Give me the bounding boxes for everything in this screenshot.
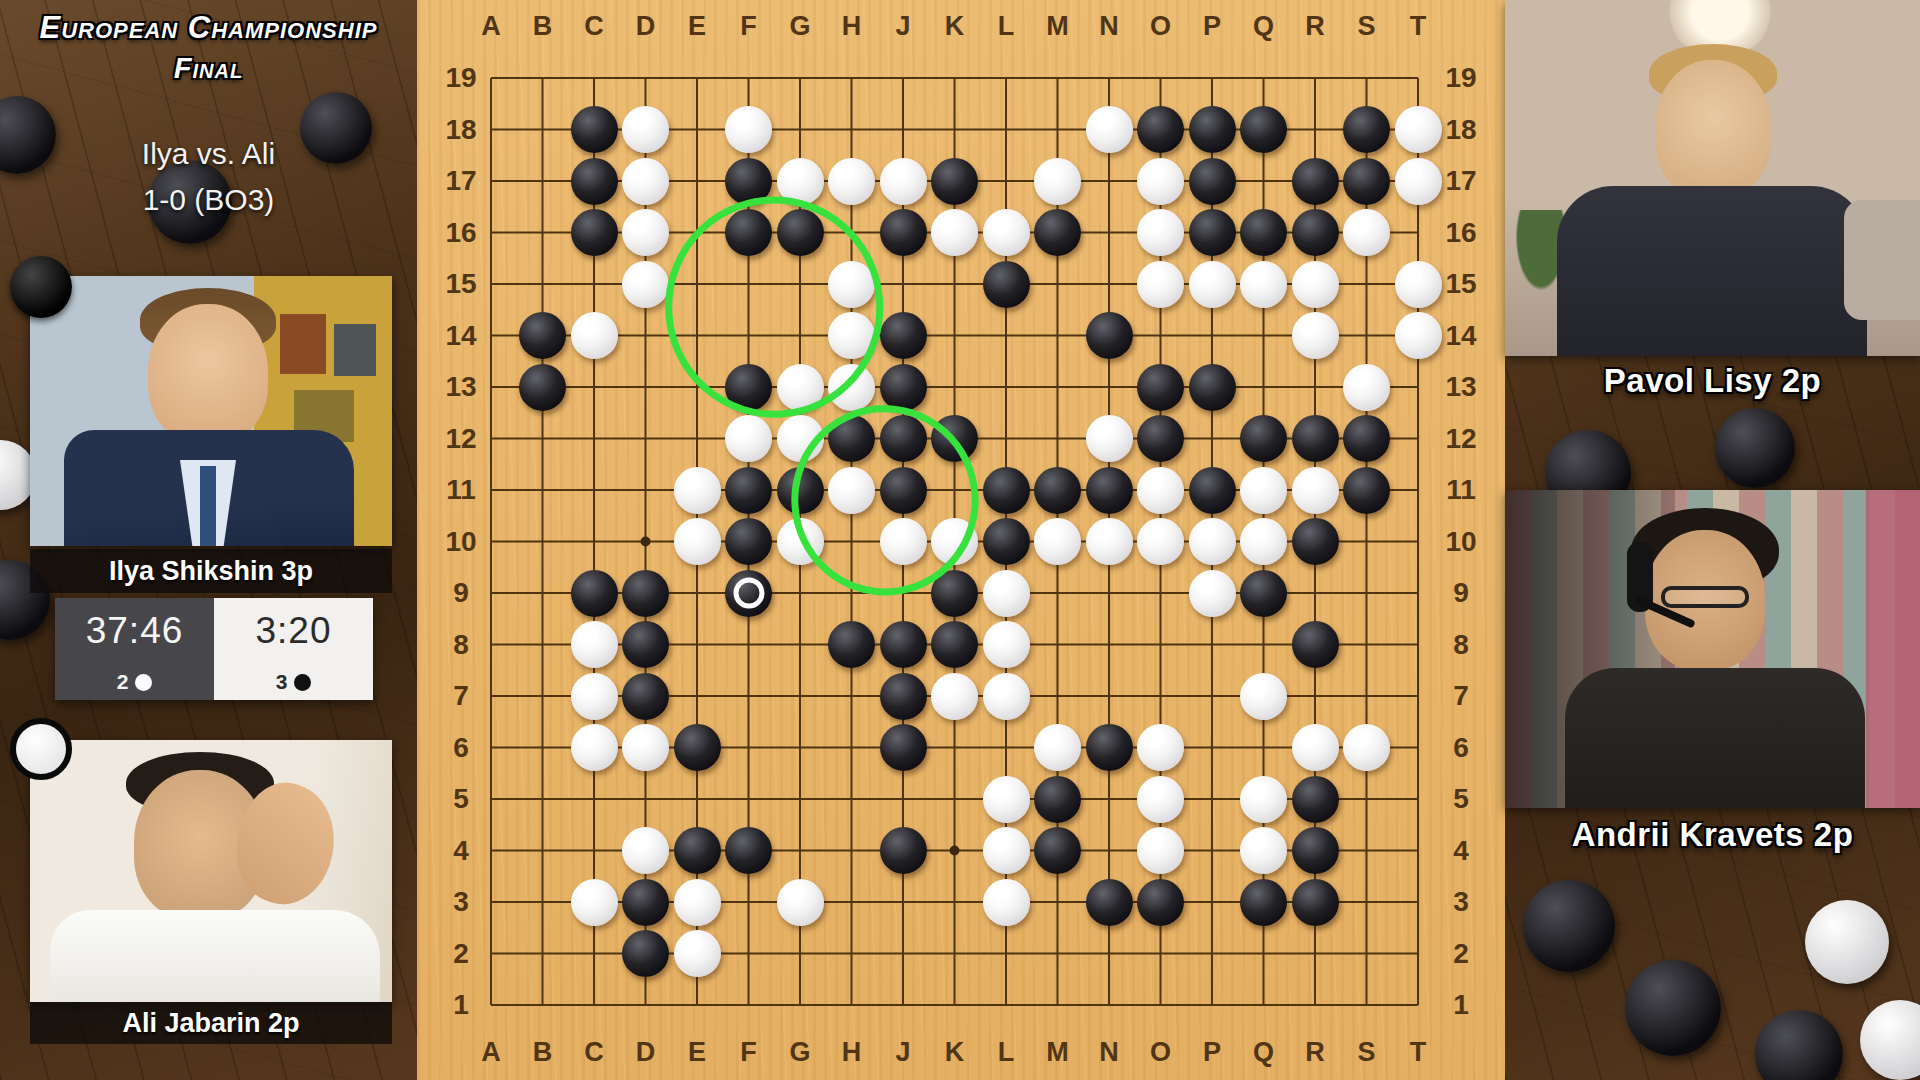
intersection-C17 xyxy=(568,155,620,207)
row-label-8: 8 xyxy=(1453,629,1469,661)
stone-black-R10 xyxy=(1292,518,1339,565)
col-label-O: O xyxy=(1150,1037,1171,1068)
intersection-D13 xyxy=(620,361,672,413)
stone-white-G13 xyxy=(777,364,824,411)
intersection-N11 xyxy=(1083,464,1135,516)
intersection-B7 xyxy=(517,670,569,722)
stone-white-L5 xyxy=(983,776,1030,823)
row-label-10: 10 xyxy=(1445,526,1476,558)
cushion xyxy=(1844,200,1920,320)
intersection-F4 xyxy=(723,825,775,877)
stone-black-K8 xyxy=(931,621,978,668)
stone-black-H8 xyxy=(828,621,875,668)
intersection-O12 xyxy=(1135,413,1187,465)
commentator-name-andrii: Andrii Kravets 2p xyxy=(1505,816,1920,854)
stone-white-L9 xyxy=(983,570,1030,617)
intersection-M19 xyxy=(1032,52,1084,104)
intersection-J14 xyxy=(877,310,929,362)
row-label-4: 4 xyxy=(1453,835,1469,867)
intersection-M16 xyxy=(1032,207,1084,259)
intersection-K14 xyxy=(929,310,981,362)
intersection-L8 xyxy=(980,619,1032,671)
intersection-E10 xyxy=(671,516,723,568)
intersection-N4 xyxy=(1083,825,1135,877)
row-label-2: 2 xyxy=(1453,938,1469,970)
stone-black-N11 xyxy=(1086,467,1133,514)
intersection-M13 xyxy=(1032,361,1084,413)
stone-white-C14 xyxy=(571,312,618,359)
intersection-B1 xyxy=(517,979,569,1031)
intersection-M17 xyxy=(1032,155,1084,207)
intersection-B6 xyxy=(517,722,569,774)
intersection-O16 xyxy=(1135,207,1187,259)
intersection-J17 xyxy=(877,155,929,207)
event-title-line2: Final xyxy=(0,46,417,85)
row-label-3: 3 xyxy=(453,886,469,918)
stone-white-P10 xyxy=(1189,518,1236,565)
stone-white-T15 xyxy=(1395,261,1442,308)
intersection-M8 xyxy=(1032,619,1084,671)
intersection-O14 xyxy=(1135,310,1187,362)
intersection-R9 xyxy=(1289,567,1341,619)
go-board: AABBCCDDEEFFGGHHJJKKLLMMNNOOPPQQRRSSTT19… xyxy=(417,0,1505,1080)
stone-black-P18 xyxy=(1189,106,1236,153)
intersection-P10 xyxy=(1186,516,1238,568)
intersection-D18 xyxy=(620,104,672,156)
intersection-C13 xyxy=(568,361,620,413)
intersection-D2 xyxy=(620,928,672,980)
intersection-S10 xyxy=(1341,516,1393,568)
intersection-H10 xyxy=(826,516,878,568)
intersection-K4 xyxy=(929,825,981,877)
intersection-H15 xyxy=(826,258,878,310)
row-label-6: 6 xyxy=(453,732,469,764)
intersection-G8 xyxy=(774,619,826,671)
stone-black-F17 xyxy=(725,158,772,205)
intersection-B2 xyxy=(517,928,569,980)
stone-black-K9 xyxy=(931,570,978,617)
intersection-A3 xyxy=(465,876,517,928)
intersection-P17 xyxy=(1186,155,1238,207)
intersection-N15 xyxy=(1083,258,1135,310)
intersection-P18 xyxy=(1186,104,1238,156)
row-label-11: 11 xyxy=(1446,474,1476,506)
intersection-B9 xyxy=(517,567,569,619)
intersection-H4 xyxy=(826,825,878,877)
intersection-E8 xyxy=(671,619,723,671)
stone-white-H13 xyxy=(828,364,875,411)
intersection-G16 xyxy=(774,207,826,259)
stone-black-R16 xyxy=(1292,209,1339,256)
intersection-T16 xyxy=(1392,207,1444,259)
stone-black-D3 xyxy=(622,879,669,926)
intersection-T13 xyxy=(1392,361,1444,413)
stone-white-D4 xyxy=(622,827,669,874)
intersection-Q17 xyxy=(1238,155,1290,207)
commentator-name-pavol: Pavol Lisy 2p xyxy=(1505,362,1920,400)
intersection-J16 xyxy=(877,207,929,259)
col-label-G: G xyxy=(789,11,810,42)
intersection-D3 xyxy=(620,876,672,928)
stone-black-D9 xyxy=(622,570,669,617)
intersection-Q12 xyxy=(1238,413,1290,465)
intersection-J9 xyxy=(877,567,929,619)
stone-white-M6 xyxy=(1034,724,1081,771)
intersection-G13 xyxy=(774,361,826,413)
stone-white-P9 xyxy=(1189,570,1236,617)
stone-black-J6 xyxy=(880,724,927,771)
intersection-J19 xyxy=(877,52,929,104)
stone-black-N3 xyxy=(1086,879,1133,926)
stone-black-P11 xyxy=(1189,467,1236,514)
intersection-K8 xyxy=(929,619,981,671)
intersection-P1 xyxy=(1186,979,1238,1031)
stone-black-D2 xyxy=(622,930,669,977)
row-label-12: 12 xyxy=(1445,423,1476,455)
row-label-16: 16 xyxy=(445,217,476,249)
stone-black-M11 xyxy=(1034,467,1081,514)
intersection-K6 xyxy=(929,722,981,774)
row-label-16: 16 xyxy=(1445,217,1476,249)
intersection-K12 xyxy=(929,413,981,465)
intersection-E19 xyxy=(671,52,723,104)
captured-black-stone-icon xyxy=(294,674,311,691)
stone-black-J13 xyxy=(880,364,927,411)
intersection-N3 xyxy=(1083,876,1135,928)
intersection-S17 xyxy=(1341,155,1393,207)
intersection-A7 xyxy=(465,670,517,722)
intersection-D12 xyxy=(620,413,672,465)
intersection-J1 xyxy=(877,979,929,1031)
intersection-R5 xyxy=(1289,773,1341,825)
col-label-R: R xyxy=(1305,1037,1325,1068)
intersection-L5 xyxy=(980,773,1032,825)
intersection-K13 xyxy=(929,361,981,413)
intersection-A8 xyxy=(465,619,517,671)
intersection-S19 xyxy=(1341,52,1393,104)
intersection-C5 xyxy=(568,773,620,825)
intersection-Q3 xyxy=(1238,876,1290,928)
intersection-P16 xyxy=(1186,207,1238,259)
intersection-P11 xyxy=(1186,464,1238,516)
row-label-1: 1 xyxy=(1453,989,1469,1021)
intersection-G12 xyxy=(774,413,826,465)
intersection-E11 xyxy=(671,464,723,516)
stone-black-M4 xyxy=(1034,827,1081,874)
intersection-F8 xyxy=(723,619,775,671)
intersection-P13 xyxy=(1186,361,1238,413)
intersection-E9 xyxy=(671,567,723,619)
col-label-S: S xyxy=(1357,1037,1375,1068)
intersection-T1 xyxy=(1392,979,1444,1031)
col-label-T: T xyxy=(1410,1037,1427,1068)
intersection-D7 xyxy=(620,670,672,722)
stone-white-G17 xyxy=(777,158,824,205)
intersection-T6 xyxy=(1392,722,1444,774)
intersection-P6 xyxy=(1186,722,1238,774)
intersection-K17 xyxy=(929,155,981,207)
intersection-O8 xyxy=(1135,619,1187,671)
intersection-O10 xyxy=(1135,516,1187,568)
col-label-A: A xyxy=(481,11,501,42)
intersection-O7 xyxy=(1135,670,1187,722)
webcam-andrii xyxy=(1505,490,1920,808)
black-clock: 37:46 2 xyxy=(55,598,214,700)
intersection-E3 xyxy=(671,876,723,928)
intersection-T19 xyxy=(1392,52,1444,104)
intersection-F18 xyxy=(723,104,775,156)
intersection-B16 xyxy=(517,207,569,259)
stone-black-O13 xyxy=(1137,364,1184,411)
col-label-D: D xyxy=(636,11,656,42)
intersection-C11 xyxy=(568,464,620,516)
row-label-18: 18 xyxy=(445,114,476,146)
intersection-P15 xyxy=(1186,258,1238,310)
cam-face xyxy=(1655,60,1771,198)
intersection-Q5 xyxy=(1238,773,1290,825)
intersection-R8 xyxy=(1289,619,1341,671)
intersection-F2 xyxy=(723,928,775,980)
black-stone-indicator xyxy=(10,256,72,318)
intersection-L4 xyxy=(980,825,1032,877)
intersection-S16 xyxy=(1341,207,1393,259)
intersection-R14 xyxy=(1289,310,1341,362)
stone-white-Q11 xyxy=(1240,467,1287,514)
intersection-N9 xyxy=(1083,567,1135,619)
stone-black-F13 xyxy=(725,364,772,411)
intersection-L2 xyxy=(980,928,1032,980)
intersection-P12 xyxy=(1186,413,1238,465)
stone-white-C3 xyxy=(571,879,618,926)
row-label-7: 7 xyxy=(453,680,469,712)
intersection-F11 xyxy=(723,464,775,516)
intersection-C18 xyxy=(568,104,620,156)
intersection-K18 xyxy=(929,104,981,156)
stone-white-K10 xyxy=(931,518,978,565)
col-label-H: H xyxy=(842,1037,862,1068)
intersection-F13 xyxy=(723,361,775,413)
intersection-G2 xyxy=(774,928,826,980)
white-time: 3:20 xyxy=(214,598,373,664)
intersection-Q15 xyxy=(1238,258,1290,310)
intersection-P3 xyxy=(1186,876,1238,928)
stone-white-C7 xyxy=(571,673,618,720)
intersection-Q18 xyxy=(1238,104,1290,156)
intersection-L1 xyxy=(980,979,1032,1031)
col-label-P: P xyxy=(1203,1037,1221,1068)
stone-white-R14 xyxy=(1292,312,1339,359)
intersection-Q2 xyxy=(1238,928,1290,980)
intersection-T14 xyxy=(1392,310,1444,362)
stone-white-N12 xyxy=(1086,415,1133,462)
board-intersections xyxy=(465,52,1444,1031)
intersection-M7 xyxy=(1032,670,1084,722)
intersection-L6 xyxy=(980,722,1032,774)
photo-shirt xyxy=(50,910,380,1002)
intersection-E12 xyxy=(671,413,723,465)
row-label-17: 17 xyxy=(1445,165,1476,197)
stone-black-S12 xyxy=(1343,415,1390,462)
row-label-9: 9 xyxy=(1453,577,1469,609)
stone-black-R8 xyxy=(1292,621,1339,668)
stone-white-Q7 xyxy=(1240,673,1287,720)
intersection-F6 xyxy=(723,722,775,774)
stone-black-J16 xyxy=(880,209,927,256)
stone-white-Q10 xyxy=(1240,518,1287,565)
col-label-M: M xyxy=(1046,11,1069,42)
stone-black-C17 xyxy=(571,158,618,205)
intersection-H2 xyxy=(826,928,878,980)
intersection-K5 xyxy=(929,773,981,825)
stone-white-P15 xyxy=(1189,261,1236,308)
stone-black-J12 xyxy=(880,415,927,462)
intersection-G4 xyxy=(774,825,826,877)
stone-black-C18 xyxy=(571,106,618,153)
col-label-T: T xyxy=(1410,11,1427,42)
stone-black-S18 xyxy=(1343,106,1390,153)
intersection-Q13 xyxy=(1238,361,1290,413)
intersection-L16 xyxy=(980,207,1032,259)
intersection-C19 xyxy=(568,52,620,104)
intersection-A1 xyxy=(465,979,517,1031)
intersection-J11 xyxy=(877,464,929,516)
match-players: Ilya vs. Ali xyxy=(0,137,417,171)
intersection-A4 xyxy=(465,825,517,877)
intersection-D4 xyxy=(620,825,672,877)
intersection-F19 xyxy=(723,52,775,104)
stone-black-L11 xyxy=(983,467,1030,514)
stone-white-E3 xyxy=(674,879,721,926)
col-label-K: K xyxy=(945,1037,965,1068)
intersection-O15 xyxy=(1135,258,1187,310)
black-player-name: Ilya Shikshin 3p xyxy=(30,549,392,593)
stone-white-O16 xyxy=(1137,209,1184,256)
stone-black-F11 xyxy=(725,467,772,514)
intersection-M10 xyxy=(1032,516,1084,568)
intersection-E16 xyxy=(671,207,723,259)
stone-white-O11 xyxy=(1137,467,1184,514)
row-label-7: 7 xyxy=(1453,680,1469,712)
stone-black-C16 xyxy=(571,209,618,256)
col-label-N: N xyxy=(1099,11,1119,42)
stone-white-O6 xyxy=(1137,724,1184,771)
intersection-E18 xyxy=(671,104,723,156)
intersection-D8 xyxy=(620,619,672,671)
intersection-N14 xyxy=(1083,310,1135,362)
intersection-D9 xyxy=(620,567,672,619)
intersection-B3 xyxy=(517,876,569,928)
intersection-N5 xyxy=(1083,773,1135,825)
stone-black-P13 xyxy=(1189,364,1236,411)
intersection-N10 xyxy=(1083,516,1135,568)
intersection-M15 xyxy=(1032,258,1084,310)
intersection-B19 xyxy=(517,52,569,104)
stone-white-O5 xyxy=(1137,776,1184,823)
intersection-R19 xyxy=(1289,52,1341,104)
row-label-14: 14 xyxy=(445,320,476,352)
stone-white-H17 xyxy=(828,158,875,205)
intersection-Q11 xyxy=(1238,464,1290,516)
stone-white-L7 xyxy=(983,673,1030,720)
stone-white-M10 xyxy=(1034,518,1081,565)
intersection-C6 xyxy=(568,722,620,774)
intersection-T7 xyxy=(1392,670,1444,722)
stone-white-D6 xyxy=(622,724,669,771)
intersection-H9 xyxy=(826,567,878,619)
stone-white-S13 xyxy=(1343,364,1390,411)
intersection-R13 xyxy=(1289,361,1341,413)
intersection-A5 xyxy=(465,773,517,825)
intersection-M3 xyxy=(1032,876,1084,928)
intersection-A2 xyxy=(465,928,517,980)
game-clock: 37:46 2 3:20 3 xyxy=(55,598,373,700)
intersection-M1 xyxy=(1032,979,1084,1031)
intersection-N17 xyxy=(1083,155,1135,207)
intersection-R10 xyxy=(1289,516,1341,568)
intersection-H3 xyxy=(826,876,878,928)
intersection-L10 xyxy=(980,516,1032,568)
intersection-D11 xyxy=(620,464,672,516)
intersection-C2 xyxy=(568,928,620,980)
intersection-H7 xyxy=(826,670,878,722)
stone-white-L4 xyxy=(983,827,1030,874)
row-label-13: 13 xyxy=(445,371,476,403)
stone-white-H15 xyxy=(828,261,875,308)
stone-black-M16 xyxy=(1034,209,1081,256)
col-label-C: C xyxy=(584,1037,604,1068)
intersection-T15 xyxy=(1392,258,1444,310)
stone-black-S11 xyxy=(1343,467,1390,514)
stone-white-D18 xyxy=(622,106,669,153)
intersection-A6 xyxy=(465,722,517,774)
intersection-N7 xyxy=(1083,670,1135,722)
glasses-icon xyxy=(1661,586,1749,608)
intersection-G1 xyxy=(774,979,826,1031)
intersection-M4 xyxy=(1032,825,1084,877)
intersection-D14 xyxy=(620,310,672,362)
intersection-C1 xyxy=(568,979,620,1031)
stone-black-D8 xyxy=(622,621,669,668)
intersection-L11 xyxy=(980,464,1032,516)
stone-black-L15 xyxy=(983,261,1030,308)
intersection-Q9 xyxy=(1238,567,1290,619)
intersection-L15 xyxy=(980,258,1032,310)
intersection-O1 xyxy=(1135,979,1187,1031)
stone-white-R6 xyxy=(1292,724,1339,771)
decorative-stone xyxy=(1715,408,1795,488)
intersection-S7 xyxy=(1341,670,1393,722)
intersection-L19 xyxy=(980,52,1032,104)
stone-black-N6 xyxy=(1086,724,1133,771)
col-label-P: P xyxy=(1203,11,1221,42)
stone-white-D17 xyxy=(622,158,669,205)
stone-black-F10 xyxy=(725,518,772,565)
intersection-T5 xyxy=(1392,773,1444,825)
intersection-F3 xyxy=(723,876,775,928)
stone-black-R3 xyxy=(1292,879,1339,926)
webcam-pavol xyxy=(1505,0,1920,356)
stone-black-D7 xyxy=(622,673,669,720)
stone-black-J4 xyxy=(880,827,927,874)
intersection-L9 xyxy=(980,567,1032,619)
intersection-E15 xyxy=(671,258,723,310)
row-label-3: 3 xyxy=(1453,886,1469,918)
row-label-11: 11 xyxy=(446,474,476,506)
intersection-B5 xyxy=(517,773,569,825)
stone-black-S17 xyxy=(1343,158,1390,205)
intersection-E14 xyxy=(671,310,723,362)
intersection-O9 xyxy=(1135,567,1187,619)
